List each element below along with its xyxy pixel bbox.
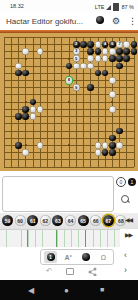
black-stone	[109, 142, 116, 149]
white-stone	[80, 63, 87, 70]
move-badge-66[interactable]: 66	[90, 215, 101, 226]
white-stone	[37, 48, 44, 55]
overflow-menu-icon[interactable]: ⋮	[128, 16, 137, 26]
black-stone	[123, 55, 130, 62]
edit-toolbar: 1 Ax Ω	[40, 249, 114, 265]
black-stone	[15, 113, 22, 120]
grid-line	[83, 37, 84, 167]
go-board[interactable]: 24673589	[0, 33, 138, 171]
label-tool[interactable]: Ax	[62, 251, 75, 263]
numbered-stone-icon: 1	[47, 253, 55, 261]
network-label: LTE	[95, 4, 105, 10]
black-stone: 6	[109, 41, 116, 48]
move-badge-64[interactable]: 64	[65, 215, 76, 226]
white-stone	[109, 106, 116, 113]
white-stone: 8	[66, 77, 73, 84]
black-stone	[109, 55, 116, 62]
black-stone	[30, 99, 37, 106]
black-stone-icon	[82, 253, 90, 261]
move-badge-63[interactable]: 63	[52, 215, 63, 226]
capture-indicators: 0 1	[116, 177, 136, 187]
rewind-icon[interactable]: ◀◀	[125, 216, 132, 223]
black-stone	[131, 48, 138, 55]
move-badge-61[interactable]: 61	[27, 215, 38, 226]
black-stone	[15, 70, 22, 77]
hoshi-point	[25, 58, 27, 60]
black-stone	[95, 48, 102, 55]
search-icon[interactable]	[121, 195, 129, 203]
black-stone	[80, 41, 87, 48]
play-mode-stone-icon[interactable]	[96, 16, 104, 24]
white-stone	[37, 142, 44, 149]
black-stone	[87, 41, 94, 48]
black-stone	[109, 135, 116, 142]
white-stone	[102, 55, 109, 62]
black-stone	[116, 48, 123, 55]
black-stone	[116, 128, 123, 135]
black-stone	[22, 106, 29, 113]
white-captures-badge: 0	[116, 177, 126, 187]
comment-input[interactable]	[2, 176, 114, 212]
move-badge-67[interactable]: 67	[103, 215, 114, 226]
black-stone	[102, 70, 109, 77]
app-bar: Hactar Editor gokifu... ⚙ ⋮	[0, 12, 138, 30]
grid-line	[4, 159, 134, 160]
black-stone	[22, 70, 29, 77]
white-stone	[109, 91, 116, 98]
nav-home-icon[interactable]: ●	[64, 286, 69, 295]
white-stone: 3	[73, 48, 80, 55]
android-nav-bar: ◀ ● ■	[0, 280, 138, 300]
prev-chevron-icon[interactable]: ‹	[124, 250, 127, 260]
white-stone	[22, 48, 29, 55]
hoshi-point	[68, 101, 70, 103]
black-stone	[109, 149, 116, 156]
fast-forward-icon[interactable]: ▶▶	[125, 231, 132, 238]
move-badge-60[interactable]: 60	[15, 215, 26, 226]
grid-line	[4, 167, 134, 168]
frame-icon[interactable]	[66, 268, 74, 275]
white-stone	[116, 142, 123, 149]
black-stone	[116, 63, 123, 70]
black-stone	[15, 142, 22, 149]
grid-line	[134, 37, 135, 167]
white-stone: 5	[73, 55, 80, 62]
white-stone	[95, 142, 102, 149]
black-stone	[87, 48, 94, 55]
white-stone	[37, 106, 44, 113]
battery-percent: 87 %	[121, 4, 134, 10]
battery-icon	[113, 3, 119, 11]
label-a-icon: Ax	[65, 253, 72, 261]
hoshi-point	[68, 58, 70, 60]
white-stone	[30, 106, 37, 113]
white-stone	[87, 55, 94, 62]
signal-icon	[106, 5, 111, 10]
white-stone	[73, 63, 80, 70]
status-indicators: LTE 87 %	[95, 3, 134, 11]
white-stone	[109, 77, 116, 84]
white-stone	[95, 41, 102, 48]
black-stone	[87, 84, 94, 91]
white-stone	[15, 63, 22, 70]
black-stone	[102, 149, 109, 156]
move-badge-65[interactable]: 65	[78, 215, 89, 226]
white-stone	[123, 41, 130, 48]
grid-line	[4, 123, 134, 124]
white-stone	[102, 48, 109, 55]
numbered-stone-tool[interactable]: 1	[44, 251, 57, 263]
white-stone: 9	[73, 84, 80, 91]
white-stone	[30, 113, 37, 120]
status-bar: 18.32 LTE 87 %	[0, 0, 138, 12]
next-chevron-icon[interactable]: ›	[124, 265, 127, 275]
white-stone	[109, 48, 116, 55]
comment-zone: 0 1	[0, 171, 138, 213]
black-stone	[95, 70, 102, 77]
tool-zone: 1 Ax Ω ‹ › ↶	[0, 247, 138, 280]
secondary-toolbar: ↶	[46, 264, 116, 278]
hoshi-point	[25, 101, 27, 103]
black-stone	[22, 113, 29, 120]
nav-back-icon[interactable]: ◀	[28, 286, 34, 295]
share-tree-icon[interactable]	[88, 267, 97, 276]
grid-line	[4, 131, 134, 132]
white-stone	[95, 55, 102, 62]
headset-icon: Ω	[101, 254, 106, 261]
app-title: Hactar Editor gokifu...	[6, 17, 83, 26]
game-timeline-scrubber[interactable]	[0, 229, 120, 248]
white-stone	[95, 149, 102, 156]
white-stone: 7	[116, 41, 123, 48]
black-stone	[123, 48, 130, 55]
move-badge-59[interactable]: 59	[2, 215, 13, 226]
white-stone	[87, 63, 94, 70]
settings-gear-icon[interactable]: ⚙	[112, 16, 120, 26]
white-stone	[22, 149, 29, 156]
black-stone: 2	[73, 41, 80, 48]
black-stone	[131, 41, 138, 48]
move-badge-62[interactable]: 62	[40, 215, 51, 226]
black-stone: 4	[102, 41, 109, 48]
stone-tool[interactable]	[79, 251, 92, 263]
black-stone	[66, 63, 73, 70]
phone-screen: 18.32 LTE 87 % Hactar Editor gokifu... ⚙…	[0, 0, 138, 300]
move-number-strip[interactable]: 59606162636465666768	[0, 213, 138, 229]
clock: 18.32	[10, 3, 24, 9]
listen-tool[interactable]: Ω	[97, 251, 110, 263]
nav-recents-icon[interactable]: ■	[100, 286, 104, 293]
white-stone	[102, 142, 109, 149]
black-stone	[116, 55, 123, 62]
undo-icon[interactable]: ↶	[46, 267, 52, 275]
black-captures-badge: 1	[128, 178, 136, 186]
